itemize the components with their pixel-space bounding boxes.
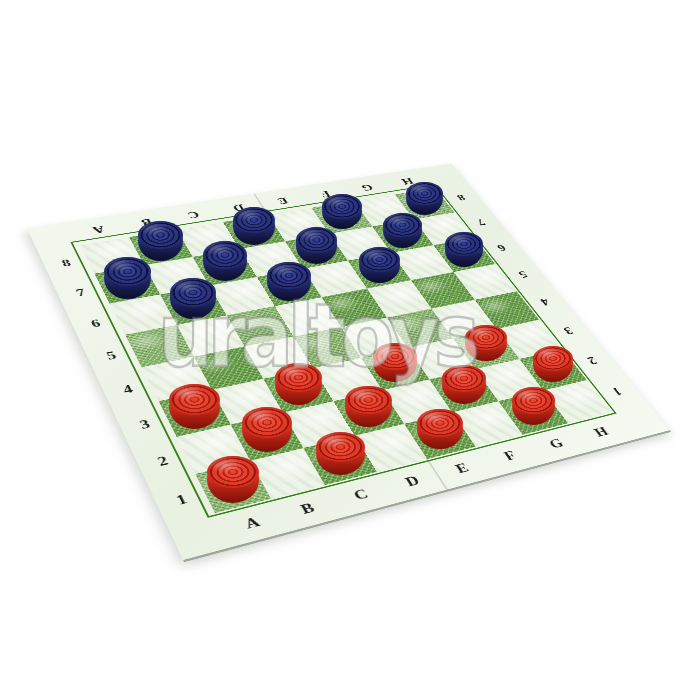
checker-red-g3[interactable] bbox=[465, 325, 506, 351]
checker-blue-f8[interactable] bbox=[322, 194, 362, 219]
checker-blue-a7[interactable] bbox=[104, 257, 151, 286]
checker-blue-f6[interactable] bbox=[359, 247, 400, 272]
product-photo-scene: AA11BB22CC33DD44EE55FF66GG77HH88 uraltoy… bbox=[0, 0, 700, 700]
checker-red-b2[interactable] bbox=[242, 407, 292, 438]
checker-red-c3[interactable] bbox=[275, 363, 322, 392]
checker-blue-d6[interactable] bbox=[267, 262, 310, 289]
pieces-layer bbox=[0, 0, 700, 700]
checker-red-g1[interactable] bbox=[512, 387, 555, 414]
checker-blue-b6[interactable] bbox=[170, 278, 216, 307]
checker-blue-h8[interactable] bbox=[406, 182, 444, 205]
checker-red-c1[interactable] bbox=[316, 432, 365, 462]
checker-blue-e7[interactable] bbox=[296, 227, 338, 253]
checker-blue-c7[interactable] bbox=[203, 241, 247, 268]
checker-red-h2[interactable] bbox=[533, 346, 574, 371]
checker-blue-b8[interactable] bbox=[138, 221, 183, 249]
checker-red-a3[interactable] bbox=[169, 384, 220, 415]
checker-red-e1[interactable] bbox=[417, 409, 463, 437]
checker-red-d2[interactable] bbox=[345, 386, 391, 415]
checker-red-f2[interactable] bbox=[442, 365, 485, 392]
